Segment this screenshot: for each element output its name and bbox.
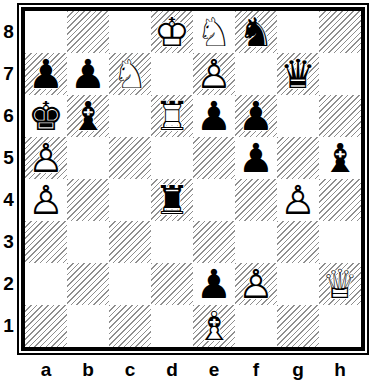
square-d1[interactable]: [151, 305, 193, 347]
square-c4[interactable]: [109, 179, 151, 221]
black-pawn: ♟: [67, 53, 109, 95]
square-f2[interactable]: ♟♙: [235, 263, 277, 305]
square-h3[interactable]: [319, 221, 361, 263]
square-h8[interactable]: [319, 11, 361, 53]
square-h5[interactable]: ♝: [319, 137, 361, 179]
rank-label-6: 6: [0, 95, 17, 137]
white-piece-outline: ♙: [280, 180, 316, 220]
rank-label-8: 8: [0, 11, 17, 53]
square-b4[interactable]: [67, 179, 109, 221]
square-e1[interactable]: ♝♗: [193, 305, 235, 347]
square-a5[interactable]: ♟♙: [25, 137, 67, 179]
square-b2[interactable]: [67, 263, 109, 305]
square-b8[interactable]: [67, 11, 109, 53]
square-e4[interactable]: [193, 179, 235, 221]
white-pawn: ♟♙: [25, 179, 67, 221]
white-pawn: ♟♙: [277, 179, 319, 221]
square-d2[interactable]: [151, 263, 193, 305]
rank-label-1: 1: [0, 305, 17, 347]
black-bishop: ♝: [319, 137, 361, 179]
square-g2[interactable]: [277, 263, 319, 305]
square-c3[interactable]: [109, 221, 151, 263]
square-b6[interactable]: ♝: [67, 95, 109, 137]
square-c6[interactable]: [109, 95, 151, 137]
chess-board: ♚♔♞♘♞♟♟♞♘♟♙♛♚♝♜♖♟♟♟♙♟♝♟♙♜♟♙♟♟♙♛♕♝♗: [25, 11, 361, 347]
square-a6[interactable]: ♚: [25, 95, 67, 137]
white-queen: ♛♕: [319, 263, 361, 305]
square-h7[interactable]: [319, 53, 361, 95]
square-f4[interactable]: [235, 179, 277, 221]
file-label-a: a: [25, 359, 67, 381]
square-e5[interactable]: [193, 137, 235, 179]
white-piece-outline: ♕: [322, 264, 358, 304]
white-piece-outline: ♙: [28, 180, 64, 220]
white-piece-outline: ♘: [112, 54, 148, 94]
rank-label-3: 3: [0, 221, 17, 263]
white-pawn: ♟♙: [25, 137, 67, 179]
square-c2[interactable]: [109, 263, 151, 305]
white-piece-outline: ♙: [28, 138, 64, 178]
black-pawn: ♟: [235, 137, 277, 179]
white-piece-outline: ♙: [196, 54, 232, 94]
square-f1[interactable]: [235, 305, 277, 347]
black-knight: ♞: [235, 11, 277, 53]
square-b5[interactable]: [67, 137, 109, 179]
file-label-c: c: [109, 359, 151, 381]
black-pawn: ♟: [193, 263, 235, 305]
square-b1[interactable]: [67, 305, 109, 347]
white-pawn: ♟♙: [235, 263, 277, 305]
square-f7[interactable]: [235, 53, 277, 95]
black-bishop: ♝: [67, 95, 109, 137]
square-g7[interactable]: ♛: [277, 53, 319, 95]
square-e2[interactable]: ♟: [193, 263, 235, 305]
file-labels: abcdefgh: [17, 355, 369, 381]
white-piece-outline: ♗: [196, 306, 232, 346]
square-c8[interactable]: [109, 11, 151, 53]
square-e8[interactable]: ♞♘: [193, 11, 235, 53]
square-f5[interactable]: ♟: [235, 137, 277, 179]
square-e3[interactable]: [193, 221, 235, 263]
square-h1[interactable]: [319, 305, 361, 347]
square-h6[interactable]: [319, 95, 361, 137]
file-label-e: e: [193, 359, 235, 381]
square-a3[interactable]: [25, 221, 67, 263]
square-c7[interactable]: ♞♘: [109, 53, 151, 95]
square-d8[interactable]: ♚♔: [151, 11, 193, 53]
square-g8[interactable]: [277, 11, 319, 53]
white-rook: ♜♖: [151, 95, 193, 137]
rank-labels: 87654321: [0, 3, 17, 355]
rank-label-2: 2: [0, 263, 17, 305]
square-g1[interactable]: [277, 305, 319, 347]
black-pawn: ♟: [193, 95, 235, 137]
black-pawn: ♟: [25, 53, 67, 95]
black-pawn: ♟: [235, 95, 277, 137]
square-e6[interactable]: ♟: [193, 95, 235, 137]
rank-label-7: 7: [0, 53, 17, 95]
black-king: ♚: [25, 95, 67, 137]
square-c1[interactable]: [109, 305, 151, 347]
black-queen: ♛: [277, 53, 319, 95]
file-label-g: g: [277, 359, 319, 381]
chess-diagram-page: 87654321 ♚♔♞♘♞♟♟♞♘♟♙♛♚♝♜♖♟♟♟♙♟♝♟♙♜♟♙♟♟♙♛…: [0, 0, 382, 387]
black-rook: ♜: [151, 179, 193, 221]
square-g5[interactable]: [277, 137, 319, 179]
square-f3[interactable]: [235, 221, 277, 263]
file-label-f: f: [235, 359, 277, 381]
white-bishop: ♝♗: [193, 305, 235, 347]
file-label-b: b: [67, 359, 109, 381]
square-b3[interactable]: [67, 221, 109, 263]
square-f8[interactable]: ♞: [235, 11, 277, 53]
square-h4[interactable]: [319, 179, 361, 221]
square-d3[interactable]: [151, 221, 193, 263]
square-f6[interactable]: ♟: [235, 95, 277, 137]
white-piece-outline: ♖: [154, 96, 190, 136]
file-label-d: d: [151, 359, 193, 381]
square-a4[interactable]: ♟♙: [25, 179, 67, 221]
square-b7[interactable]: ♟: [67, 53, 109, 95]
square-d6[interactable]: ♜♖: [151, 95, 193, 137]
chess-diagram: 87654321 ♚♔♞♘♞♟♟♞♘♟♙♛♚♝♜♖♟♟♟♙♟♝♟♙♜♟♙♟♟♙♛…: [0, 3, 369, 381]
white-piece-outline: ♙: [238, 264, 274, 304]
square-e7[interactable]: ♟♙: [193, 53, 235, 95]
white-piece-outline: ♘: [196, 12, 232, 52]
square-a7[interactable]: ♟: [25, 53, 67, 95]
board-inner-border: ♚♔♞♘♞♟♟♞♘♟♙♛♚♝♜♖♟♟♟♙♟♝♟♙♜♟♙♟♟♙♛♕♝♗: [21, 7, 365, 351]
square-h2[interactable]: ♛♕: [319, 263, 361, 305]
white-pawn: ♟♙: [193, 53, 235, 95]
file-label-h: h: [319, 359, 361, 381]
white-knight: ♞♘: [109, 53, 151, 95]
white-knight: ♞♘: [193, 11, 235, 53]
square-a8[interactable]: [25, 11, 67, 53]
rank-label-5: 5: [0, 137, 17, 179]
board-frame: ♚♔♞♘♞♟♟♞♘♟♙♛♚♝♜♖♟♟♟♙♟♝♟♙♜♟♙♟♟♙♛♕♝♗: [17, 3, 369, 355]
square-g4[interactable]: ♟♙: [277, 179, 319, 221]
square-d4[interactable]: ♜: [151, 179, 193, 221]
rank-label-4: 4: [0, 179, 17, 221]
white-king: ♚♔: [151, 11, 193, 53]
square-a2[interactable]: [25, 263, 67, 305]
square-d5[interactable]: [151, 137, 193, 179]
white-piece-outline: ♔: [154, 12, 190, 52]
square-d7[interactable]: [151, 53, 193, 95]
square-a1[interactable]: [25, 305, 67, 347]
square-g3[interactable]: [277, 221, 319, 263]
square-c5[interactable]: [109, 137, 151, 179]
square-g6[interactable]: [277, 95, 319, 137]
